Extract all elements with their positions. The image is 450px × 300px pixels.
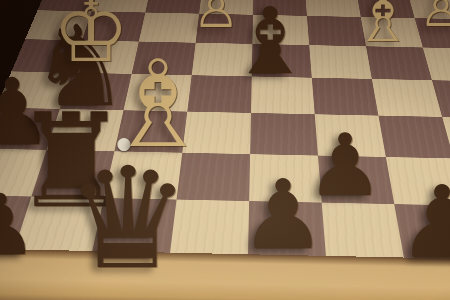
white-bishop-c3: ♗ — [98, 45, 218, 165]
black-bishop-e5: ♝ — [224, 0, 316, 88]
black-pawn-e1: ♟ — [235, 167, 331, 263]
black-pawn-a1: ♟ — [0, 183, 42, 267]
black-pawn-a3: ♟ — [0, 67, 58, 159]
black-queen-c1: ♛ — [58, 149, 198, 289]
chessboard-photo: ♟♟♜♞♔♛●♗♟♝♙♟♟♗♙ — [0, 0, 450, 300]
white-pawn-h7: ♙ — [417, 0, 450, 33]
white-pawn-e7: ♙ — [190, 0, 242, 35]
black-pawn-f2: ♟ — [302, 122, 388, 208]
white-king-b5: ♔ — [48, 0, 134, 74]
black-knight-b4: ♞ — [24, 10, 136, 122]
black-pawn-g1: ♟ — [392, 173, 450, 273]
white-bishop-g6: ♗ — [349, 0, 417, 52]
black-rook-b2: ♜ — [6, 96, 136, 226]
pieces-layer: ♟♟♜♞♔♛●♗♟♝♙♟♟♗♙ — [0, 0, 450, 300]
black-queen-finial-c1: ● — [116, 135, 133, 152]
